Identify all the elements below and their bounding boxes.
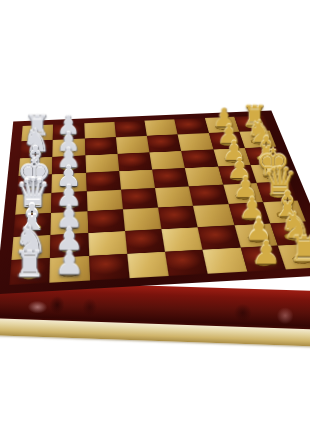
square-f3 (85, 154, 119, 173)
square-f6 (181, 149, 217, 168)
square-d4 (121, 188, 158, 210)
gold-pawn-a7: ♟ (251, 237, 280, 269)
square-d5 (155, 186, 193, 207)
board-frame: ♜♟♟♜♞♟♟♞♝♟♟♝♚♟♟♚♛♟♟♛♝♟♟♝♞♟♟♞♜♟♟♜ (0, 110, 310, 294)
square-e3 (86, 171, 121, 191)
square-a1: ♜ (9, 258, 50, 285)
square-b4 (125, 229, 165, 254)
square-a3 (89, 254, 130, 281)
square-e5 (152, 168, 189, 188)
square-a6 (203, 247, 247, 273)
silver-rook-a1: ♜ (13, 246, 45, 282)
chess-set-photo: ♜♟♟♜♞♟♟♞♝♟♟♝♚♟♟♚♛♟♟♛♝♟♟♝♞♟♟♞♜♟♟♜ (0, 0, 310, 430)
square-f4 (117, 152, 152, 171)
square-c4 (123, 208, 162, 231)
square-c6 (193, 204, 234, 227)
square-e4 (119, 170, 155, 190)
square-c5 (158, 206, 198, 229)
square-h4 (114, 121, 147, 138)
square-a2: ♟ (50, 256, 90, 283)
board-grid: ♜♟♟♜♞♟♟♞♝♟♟♝♚♟♟♚♛♟♟♛♝♟♟♝♞♟♟♞♜♟♟♜ (9, 116, 310, 286)
square-a4 (127, 252, 169, 279)
square-a5 (165, 250, 208, 277)
square-g6 (178, 133, 213, 151)
square-h3 (84, 122, 116, 139)
chess-board: ♜♟♟♜♞♟♟♞♝♟♟♝♚♟♟♚♛♟♟♛♝♟♟♝♞♟♟♞♜♟♟♜ (0, 110, 310, 294)
square-d3 (86, 190, 122, 212)
square-h5 (144, 119, 177, 136)
square-c3 (87, 210, 125, 233)
square-f5 (149, 151, 185, 170)
square-b6 (198, 225, 240, 249)
square-g4 (116, 136, 150, 154)
square-a7: ♟ (240, 245, 285, 271)
square-b3 (88, 231, 127, 256)
gold-rook-a8: ♜ (288, 232, 310, 267)
square-h6 (175, 118, 209, 135)
square-e6 (185, 166, 223, 186)
square-g3 (84, 137, 117, 155)
square-d6 (189, 185, 228, 206)
silver-pawn-a2: ♟ (55, 248, 84, 280)
square-g5 (147, 135, 181, 153)
square-b5 (161, 227, 202, 252)
